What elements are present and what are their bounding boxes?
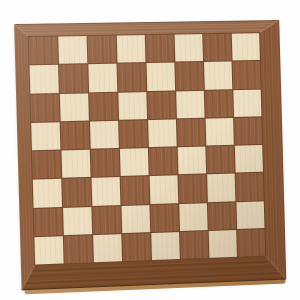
square-a4[interactable] xyxy=(32,151,61,179)
square-a1[interactable] xyxy=(34,236,63,265)
square-a6[interactable] xyxy=(30,94,59,122)
square-b3[interactable] xyxy=(62,178,91,206)
square-b8[interactable] xyxy=(58,36,87,64)
square-c2[interactable] xyxy=(92,206,121,234)
square-f7[interactable] xyxy=(175,62,203,90)
square-f2[interactable] xyxy=(179,203,207,231)
square-b5[interactable] xyxy=(61,121,90,149)
square-d4[interactable] xyxy=(120,148,149,176)
square-d3[interactable] xyxy=(121,176,150,204)
square-e4[interactable] xyxy=(149,147,178,175)
square-f4[interactable] xyxy=(178,147,206,175)
square-h7[interactable] xyxy=(233,61,261,89)
square-g2[interactable] xyxy=(208,202,236,230)
square-b1[interactable] xyxy=(64,235,93,263)
square-d1[interactable] xyxy=(122,233,151,261)
square-b2[interactable] xyxy=(63,207,92,235)
square-b7[interactable] xyxy=(59,64,88,92)
square-c8[interactable] xyxy=(88,36,117,64)
square-h4[interactable] xyxy=(235,145,263,173)
square-b4[interactable] xyxy=(61,150,90,178)
square-a5[interactable] xyxy=(31,122,60,150)
square-a8[interactable] xyxy=(29,37,58,65)
square-c3[interactable] xyxy=(92,177,121,205)
square-c5[interactable] xyxy=(90,121,119,149)
square-e2[interactable] xyxy=(150,204,179,232)
square-d2[interactable] xyxy=(121,205,150,233)
square-c6[interactable] xyxy=(89,92,118,120)
square-e7[interactable] xyxy=(146,63,175,91)
square-a3[interactable] xyxy=(33,179,62,207)
square-e1[interactable] xyxy=(151,232,180,260)
square-g1[interactable] xyxy=(209,230,237,258)
square-e5[interactable] xyxy=(148,119,177,147)
board-grid xyxy=(29,33,265,264)
photo-background xyxy=(0,0,300,300)
square-g6[interactable] xyxy=(205,90,233,118)
square-d8[interactable] xyxy=(117,35,146,63)
square-f1[interactable] xyxy=(180,231,208,259)
square-h2[interactable] xyxy=(236,201,264,229)
square-a2[interactable] xyxy=(34,207,63,235)
square-g4[interactable] xyxy=(206,146,234,174)
square-h5[interactable] xyxy=(234,117,262,145)
square-c7[interactable] xyxy=(88,64,117,92)
chessboard xyxy=(14,20,286,290)
square-h6[interactable] xyxy=(233,89,261,117)
square-f6[interactable] xyxy=(176,90,204,118)
square-e6[interactable] xyxy=(147,91,176,119)
square-d5[interactable] xyxy=(119,120,148,148)
square-d7[interactable] xyxy=(118,63,147,91)
square-e3[interactable] xyxy=(150,175,179,203)
square-h1[interactable] xyxy=(237,229,265,257)
square-g8[interactable] xyxy=(203,34,231,62)
square-f8[interactable] xyxy=(175,34,203,62)
square-a7[interactable] xyxy=(30,65,59,93)
square-f3[interactable] xyxy=(178,175,206,203)
square-c4[interactable] xyxy=(91,149,120,177)
square-g7[interactable] xyxy=(204,62,232,90)
square-e8[interactable] xyxy=(146,35,175,63)
square-f5[interactable] xyxy=(177,118,205,146)
square-d6[interactable] xyxy=(118,92,147,120)
square-h8[interactable] xyxy=(232,33,260,60)
square-g5[interactable] xyxy=(206,118,234,146)
square-b6[interactable] xyxy=(60,93,89,121)
square-c1[interactable] xyxy=(93,234,122,262)
square-g3[interactable] xyxy=(207,174,235,202)
square-h3[interactable] xyxy=(236,173,264,201)
